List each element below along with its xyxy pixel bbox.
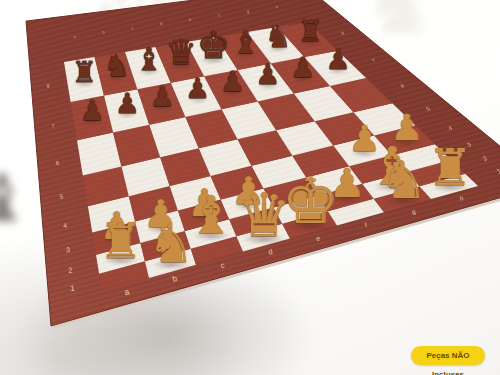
coord-rank-6-left: 6 xyxy=(56,160,60,166)
chess-board: aabbccddeeffgghh1122334455667788 xyxy=(0,0,500,375)
product-photo: ♛♚♞♝ aabbccddeeffgghh1122334455667788 ♜♞… xyxy=(0,0,500,375)
pieces-not-included-badge: Peças NÃO Inclusas xyxy=(411,346,485,365)
